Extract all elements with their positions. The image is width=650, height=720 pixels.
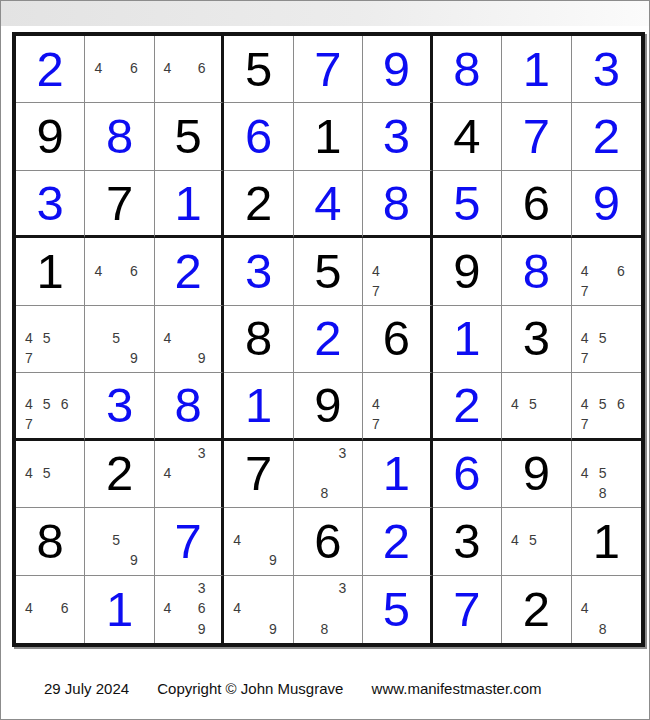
solved-digit: 6 <box>245 112 272 161</box>
solved-digit: 3 <box>383 112 410 161</box>
solved-digit: 1 <box>523 45 550 94</box>
pencil-mark: 4 <box>20 463 38 483</box>
cell-r2c4[interactable]: 6 <box>224 103 293 170</box>
pencil-mark: 4 <box>367 260 384 280</box>
cell-r9c2[interactable]: 1 <box>85 576 154 643</box>
pencil-mark: 4 <box>89 58 107 78</box>
pencil-marks: 49 <box>228 510 281 570</box>
solved-digit: 7 <box>453 585 480 634</box>
cell-r3c2[interactable]: 7 <box>85 171 154 238</box>
pencil-marks: 457 <box>20 308 73 368</box>
cell-r4c5[interactable]: 5 <box>294 238 363 305</box>
pencil-mark: 7 <box>576 348 594 368</box>
cell-r4c6[interactable]: 47 <box>363 238 432 305</box>
cell-r1c5[interactable]: 7 <box>294 36 363 103</box>
given-digit: 8 <box>37 517 64 566</box>
cell-r7c2[interactable]: 2 <box>85 441 154 508</box>
cell-r2c9[interactable]: 2 <box>572 103 641 170</box>
cell-r3c8[interactable]: 6 <box>502 171 571 238</box>
cell-r3c6[interactable]: 8 <box>363 171 432 238</box>
cell-r9c1[interactable]: 46 <box>16 576 85 643</box>
cell-r4c3[interactable]: 2 <box>155 238 224 305</box>
given-digit: 6 <box>523 179 550 228</box>
given-digit: 3 <box>453 517 480 566</box>
given-digit: 9 <box>453 247 480 296</box>
pencil-mark: 7 <box>576 281 594 301</box>
solved-digit: 1 <box>383 449 410 498</box>
cell-r8c6[interactable]: 2 <box>363 508 432 575</box>
given-digit: 7 <box>106 179 133 228</box>
pencil-marks: 4567 <box>20 375 73 433</box>
pencil-mark: 5 <box>38 328 56 348</box>
pencil-marks: 457 <box>576 308 630 368</box>
cell-r5c8[interactable]: 3 <box>502 306 571 373</box>
pencil-mark: 5 <box>38 463 56 483</box>
solved-digit: 9 <box>593 179 620 228</box>
cell-r8c3[interactable]: 7 <box>155 508 224 575</box>
given-digit: 4 <box>453 112 480 161</box>
pencil-marks: 45 <box>20 443 73 503</box>
solved-digit: 2 <box>174 247 201 296</box>
pencil-marks: 49 <box>228 578 281 639</box>
cell-r1c1[interactable]: 2 <box>16 36 85 103</box>
solved-digit: 2 <box>593 112 620 161</box>
pencil-mark: 6 <box>56 598 74 618</box>
cell-r9c7[interactable]: 7 <box>433 576 502 643</box>
cell-r8c9[interactable]: 1 <box>572 508 641 575</box>
pencil-mark: 9 <box>193 619 210 639</box>
pencil-marks: 46 <box>159 38 210 98</box>
pencil-mark: 3 <box>333 578 351 598</box>
pencil-mark: 7 <box>20 414 38 433</box>
pencil-mark: 3 <box>193 578 210 598</box>
cell-r1c2[interactable]: 46 <box>85 36 154 103</box>
cell-r3c5[interactable]: 4 <box>294 171 363 238</box>
solved-digit: 1 <box>245 381 272 430</box>
cell-r6c9[interactable]: 4567 <box>572 373 641 440</box>
header-strip <box>1 1 649 26</box>
pencil-mark: 7 <box>576 414 594 433</box>
cell-r8c7[interactable]: 3 <box>433 508 502 575</box>
pencil-marks: 47 <box>367 375 418 433</box>
cell-r7c6[interactable]: 1 <box>363 441 432 508</box>
cell-r7c1[interactable]: 45 <box>16 441 85 508</box>
sudoku-board: 2464657981398561347237124856914623547984… <box>12 32 645 647</box>
footer-date: 29 July 2024 <box>44 680 129 697</box>
pencil-marks: 38 <box>298 578 351 639</box>
pencil-mark: 4 <box>89 260 107 280</box>
solved-digit: 8 <box>174 381 201 430</box>
pencil-marks: 48 <box>576 578 630 639</box>
pencil-mark: 6 <box>125 58 143 78</box>
pencil-mark: 4 <box>576 328 594 348</box>
pencil-mark: 4 <box>228 530 246 550</box>
cell-r9c9[interactable]: 48 <box>572 576 641 643</box>
cell-r9c5[interactable]: 38 <box>294 576 363 643</box>
pencil-mark: 4 <box>576 598 594 618</box>
given-digit: 1 <box>314 112 341 161</box>
pencil-mark: 7 <box>367 414 384 433</box>
cell-r3c7[interactable]: 5 <box>433 171 502 238</box>
pencil-mark: 4 <box>506 395 524 414</box>
pencil-marks: 59 <box>89 308 142 368</box>
cell-r9c4[interactable]: 49 <box>224 576 293 643</box>
pencil-marks: 47 <box>367 240 418 300</box>
cell-r6c7[interactable]: 2 <box>433 373 502 440</box>
cell-r6c3[interactable]: 8 <box>155 373 224 440</box>
cell-r2c6[interactable]: 3 <box>363 103 432 170</box>
pencil-mark: 5 <box>524 530 542 550</box>
pencil-marks: 458 <box>576 443 630 503</box>
cell-r3c4[interactable]: 2 <box>224 171 293 238</box>
cell-r7c7[interactable]: 6 <box>433 441 502 508</box>
cell-r7c8[interactable]: 9 <box>502 441 571 508</box>
pencil-marks: 467 <box>576 240 630 300</box>
pencil-marks: 34 <box>159 443 210 503</box>
solved-digit: 1 <box>106 585 133 634</box>
solved-digit: 1 <box>453 314 480 363</box>
footer-website: www.manifestmaster.com <box>372 680 542 697</box>
cell-r2c1[interactable]: 9 <box>16 103 85 170</box>
given-digit: 2 <box>106 449 133 498</box>
cell-r1c8[interactable]: 1 <box>502 36 571 103</box>
given-digit: 3 <box>523 314 550 363</box>
pencil-mark: 7 <box>367 281 384 301</box>
pencil-mark: 9 <box>264 550 282 570</box>
cell-r6c5[interactable]: 9 <box>294 373 363 440</box>
cell-r8c1[interactable]: 8 <box>16 508 85 575</box>
solved-digit: 8 <box>523 247 550 296</box>
cell-r1c4[interactable]: 5 <box>224 36 293 103</box>
pencil-mark: 4 <box>159 58 176 78</box>
pencil-mark: 7 <box>20 348 38 368</box>
solved-digit: 3 <box>593 45 620 94</box>
cell-r9c8[interactable]: 2 <box>502 576 571 643</box>
solved-digit: 1 <box>174 179 201 228</box>
cell-r6c2[interactable]: 3 <box>85 373 154 440</box>
pencil-mark: 6 <box>125 260 143 280</box>
pencil-mark: 4 <box>576 395 594 414</box>
cell-r4c8[interactable]: 8 <box>502 238 571 305</box>
pencil-mark: 5 <box>107 328 125 348</box>
cell-r5c1[interactable]: 457 <box>16 306 85 373</box>
cell-r1c7[interactable]: 8 <box>433 36 502 103</box>
pencil-mark: 5 <box>594 463 612 483</box>
pencil-mark: 5 <box>107 530 125 550</box>
cell-r9c3[interactable]: 3469 <box>155 576 224 643</box>
cell-r4c9[interactable]: 467 <box>572 238 641 305</box>
given-digit: 6 <box>314 517 341 566</box>
cell-r5c6[interactable]: 6 <box>363 306 432 373</box>
given-digit: 1 <box>593 517 620 566</box>
solved-digit: 2 <box>453 381 480 430</box>
pencil-mark: 4 <box>20 395 38 414</box>
solved-digit: 3 <box>37 179 64 228</box>
pencil-mark: 5 <box>594 328 612 348</box>
pencil-mark: 8 <box>316 619 334 639</box>
pencil-mark: 4 <box>159 328 176 348</box>
given-digit: 5 <box>245 45 272 94</box>
solved-digit: 7 <box>174 517 201 566</box>
pencil-mark: 6 <box>612 260 630 280</box>
pencil-mark: 4 <box>228 598 246 618</box>
cell-r2c3[interactable]: 5 <box>155 103 224 170</box>
cell-r5c5[interactable]: 2 <box>294 306 363 373</box>
cell-r6c1[interactable]: 4567 <box>16 373 85 440</box>
solved-digit: 7 <box>314 45 341 94</box>
pencil-mark: 6 <box>612 395 630 414</box>
solved-digit: 9 <box>383 45 410 94</box>
given-digit: 7 <box>245 449 272 498</box>
cell-r9c6[interactable]: 5 <box>363 576 432 643</box>
cell-r3c1[interactable]: 3 <box>16 171 85 238</box>
cell-r2c8[interactable]: 7 <box>502 103 571 170</box>
pencil-mark: 8 <box>594 483 612 503</box>
cell-r6c4[interactable]: 1 <box>224 373 293 440</box>
pencil-mark: 3 <box>333 443 351 463</box>
solved-digit: 5 <box>383 585 410 634</box>
pencil-marks: 59 <box>89 510 142 570</box>
cell-r1c6[interactable]: 9 <box>363 36 432 103</box>
pencil-marks: 46 <box>20 578 73 639</box>
given-digit: 2 <box>523 585 550 634</box>
pencil-mark: 4 <box>159 598 176 618</box>
pencil-mark: 5 <box>38 395 56 414</box>
cell-r7c4[interactable]: 7 <box>224 441 293 508</box>
pencil-marks: 3469 <box>159 578 210 639</box>
cell-r6c6[interactable]: 47 <box>363 373 432 440</box>
solved-digit: 7 <box>523 112 550 161</box>
pencil-marks: 46 <box>89 240 142 300</box>
solved-digit: 2 <box>37 45 64 94</box>
pencil-marks: 49 <box>159 308 210 368</box>
solved-digit: 8 <box>106 112 133 161</box>
page: 2464657981398561347237124856914623547984… <box>0 0 650 720</box>
footer-copyright: Copyright © John Musgrave <box>157 680 343 697</box>
pencil-mark: 9 <box>264 619 282 639</box>
given-digit: 5 <box>314 247 341 296</box>
cell-r8c4[interactable]: 49 <box>224 508 293 575</box>
pencil-marks: 45 <box>506 375 559 433</box>
cell-r8c2[interactable]: 59 <box>85 508 154 575</box>
cell-r6c8[interactable]: 45 <box>502 373 571 440</box>
pencil-marks: 4567 <box>576 375 630 433</box>
given-digit: 5 <box>174 112 201 161</box>
given-digit: 9 <box>314 381 341 430</box>
pencil-marks: 45 <box>506 510 559 570</box>
cell-r5c2[interactable]: 59 <box>85 306 154 373</box>
pencil-mark: 5 <box>594 395 612 414</box>
cell-r8c8[interactable]: 45 <box>502 508 571 575</box>
given-digit: 6 <box>383 314 410 363</box>
pencil-mark: 8 <box>316 483 334 503</box>
pencil-mark: 9 <box>125 348 143 368</box>
cell-r3c9[interactable]: 9 <box>572 171 641 238</box>
pencil-mark: 4 <box>367 395 384 414</box>
pencil-mark: 4 <box>576 260 594 280</box>
solved-digit: 8 <box>383 179 410 228</box>
cell-r5c7[interactable]: 1 <box>433 306 502 373</box>
pencil-mark: 4 <box>20 598 38 618</box>
given-digit: 9 <box>37 112 64 161</box>
pencil-marks: 38 <box>298 443 351 503</box>
given-digit: 2 <box>245 179 272 228</box>
given-digit: 1 <box>37 247 64 296</box>
solved-digit: 6 <box>453 449 480 498</box>
pencil-mark: 9 <box>193 348 210 368</box>
cell-r3c3[interactable]: 1 <box>155 171 224 238</box>
solved-digit: 5 <box>453 179 480 228</box>
cell-r1c9[interactable]: 3 <box>572 36 641 103</box>
pencil-mark: 6 <box>56 395 74 414</box>
pencil-mark: 3 <box>193 443 210 463</box>
solved-digit: 3 <box>245 247 272 296</box>
cell-r5c3[interactable]: 49 <box>155 306 224 373</box>
solved-digit: 2 <box>383 517 410 566</box>
pencil-mark: 9 <box>125 550 143 570</box>
solved-digit: 2 <box>314 314 341 363</box>
cell-r5c9[interactable]: 457 <box>572 306 641 373</box>
pencil-mark: 4 <box>506 530 524 550</box>
cell-r8c5[interactable]: 6 <box>294 508 363 575</box>
footer: 29 July 2024 Copyright © John Musgrave w… <box>44 680 542 697</box>
given-digit: 8 <box>245 314 272 363</box>
cell-r2c5[interactable]: 1 <box>294 103 363 170</box>
cell-r1c3[interactable]: 46 <box>155 36 224 103</box>
pencil-mark: 8 <box>594 619 612 639</box>
cell-r4c7[interactable]: 9 <box>433 238 502 305</box>
pencil-mark: 5 <box>524 395 542 414</box>
pencil-mark: 6 <box>193 598 210 618</box>
solved-digit: 3 <box>106 381 133 430</box>
cell-r7c9[interactable]: 458 <box>572 441 641 508</box>
cell-r4c4[interactable]: 3 <box>224 238 293 305</box>
cell-r4c2[interactable]: 46 <box>85 238 154 305</box>
cell-r5c4[interactable]: 8 <box>224 306 293 373</box>
pencil-mark: 4 <box>576 463 594 483</box>
solved-digit: 4 <box>314 179 341 228</box>
cell-r2c7[interactable]: 4 <box>433 103 502 170</box>
pencil-mark: 4 <box>159 463 176 483</box>
pencil-mark: 6 <box>193 58 210 78</box>
cell-r4c1[interactable]: 1 <box>16 238 85 305</box>
pencil-marks: 46 <box>89 38 142 98</box>
cell-r7c5[interactable]: 38 <box>294 441 363 508</box>
given-digit: 9 <box>523 449 550 498</box>
cell-r7c3[interactable]: 34 <box>155 441 224 508</box>
cell-r2c2[interactable]: 8 <box>85 103 154 170</box>
solved-digit: 8 <box>453 45 480 94</box>
pencil-mark: 4 <box>20 328 38 348</box>
